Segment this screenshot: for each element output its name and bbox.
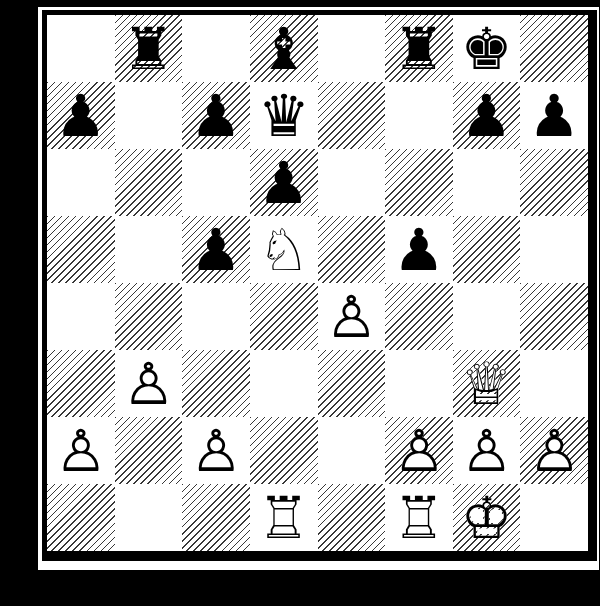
square-g6[interactable]	[453, 149, 521, 216]
square-h5[interactable]	[520, 216, 588, 283]
white-piece-outline: ♙	[325, 283, 377, 351]
square-c7[interactable]: ♟	[182, 82, 250, 149]
square-f6[interactable]	[385, 149, 453, 216]
square-h2[interactable]: ♟♙	[520, 417, 588, 484]
square-g2[interactable]: ♟♙	[453, 417, 521, 484]
square-c8[interactable]	[182, 15, 250, 82]
square-b1[interactable]	[115, 484, 183, 551]
square-h6[interactable]	[520, 149, 588, 216]
square-e2[interactable]	[318, 417, 386, 484]
white-pawn-piece: ♟♙	[393, 422, 445, 480]
square-b7[interactable]	[115, 82, 183, 149]
white-pawn-piece: ♟♙	[122, 355, 174, 413]
white-pawn-piece: ♟♙	[55, 422, 107, 480]
square-e1[interactable]	[318, 484, 386, 551]
square-f1[interactable]: ♜♖	[385, 484, 453, 551]
square-a5[interactable]	[47, 216, 115, 283]
square-d2[interactable]	[250, 417, 318, 484]
black-pawn-piece: ♟	[190, 221, 242, 279]
square-f8[interactable]: ♜	[385, 15, 453, 82]
square-d5[interactable]: ♞♘	[250, 216, 318, 283]
white-pawn-piece: ♟♙	[528, 422, 580, 480]
square-h7[interactable]: ♟	[520, 82, 588, 149]
black-pawn-piece: ♟	[528, 87, 580, 145]
white-piece-outline: ♖	[393, 484, 445, 552]
square-h1[interactable]	[520, 484, 588, 551]
black-pawn-piece: ♟	[258, 154, 310, 212]
square-b4[interactable]	[115, 283, 183, 350]
square-f7[interactable]	[385, 82, 453, 149]
square-d8[interactable]: ♝	[250, 15, 318, 82]
square-f4[interactable]	[385, 283, 453, 350]
black-pawn-piece: ♟	[393, 221, 445, 279]
square-a8[interactable]	[47, 15, 115, 82]
square-g1[interactable]: ♚♔	[453, 484, 521, 551]
square-g3[interactable]: ♛♕	[453, 350, 521, 417]
square-b2[interactable]	[115, 417, 183, 484]
square-a3[interactable]	[47, 350, 115, 417]
square-c3[interactable]	[182, 350, 250, 417]
black-queen-piece: ♛	[258, 87, 310, 145]
white-king-piece: ♚♔	[461, 489, 513, 547]
square-d3[interactable]	[250, 350, 318, 417]
square-a2[interactable]: ♟♙	[47, 417, 115, 484]
square-d6[interactable]: ♟	[250, 149, 318, 216]
square-c6[interactable]	[182, 149, 250, 216]
square-d4[interactable]	[250, 283, 318, 350]
black-rook-piece: ♜	[122, 20, 174, 78]
white-pawn-piece: ♟♙	[325, 288, 377, 346]
square-h4[interactable]	[520, 283, 588, 350]
white-piece-outline: ♙	[122, 350, 174, 418]
black-bishop-piece: ♝	[258, 20, 310, 78]
square-f5[interactable]: ♟	[385, 216, 453, 283]
white-piece-outline: ♘	[258, 216, 310, 284]
square-f2[interactable]: ♟♙	[385, 417, 453, 484]
white-pawn-piece: ♟♙	[190, 422, 242, 480]
square-b3[interactable]: ♟♙	[115, 350, 183, 417]
white-rook-piece: ♜♖	[258, 489, 310, 547]
white-piece-outline: ♙	[393, 417, 445, 485]
chess-board: ♜♝♜♚♟♟♛♟♟♟♟♞♘♟♟♙♟♙♛♕♟♙♟♙♟♙♟♙♟♙♜♖♜♖♚♔	[47, 15, 588, 551]
black-pawn-piece: ♟	[190, 87, 242, 145]
square-g4[interactable]	[453, 283, 521, 350]
square-c2[interactable]: ♟♙	[182, 417, 250, 484]
square-e7[interactable]	[318, 82, 386, 149]
square-g7[interactable]: ♟	[453, 82, 521, 149]
square-b8[interactable]: ♜	[115, 15, 183, 82]
square-c5[interactable]: ♟	[182, 216, 250, 283]
square-e3[interactable]	[318, 350, 386, 417]
square-d7[interactable]: ♛	[250, 82, 318, 149]
white-knight-piece: ♞♘	[258, 221, 310, 279]
board-frame: ♜♝♜♚♟♟♛♟♟♟♟♞♘♟♟♙♟♙♛♕♟♙♟♙♟♙♟♙♟♙♜♖♜♖♚♔	[42, 10, 597, 561]
white-piece-outline: ♙	[190, 417, 242, 485]
square-h8[interactable]	[520, 15, 588, 82]
square-a7[interactable]: ♟	[47, 82, 115, 149]
white-piece-outline: ♙	[528, 417, 580, 485]
square-c1[interactable]	[182, 484, 250, 551]
white-piece-outline: ♙	[461, 417, 513, 485]
black-rook-piece: ♜	[393, 20, 445, 78]
white-piece-outline: ♕	[461, 350, 513, 418]
square-h3[interactable]	[520, 350, 588, 417]
square-a6[interactable]	[47, 149, 115, 216]
square-f3[interactable]	[385, 350, 453, 417]
square-d1[interactable]: ♜♖	[250, 484, 318, 551]
black-king-piece: ♚	[461, 20, 513, 78]
square-e4[interactable]: ♟♙	[318, 283, 386, 350]
black-pawn-piece: ♟	[461, 87, 513, 145]
square-g8[interactable]: ♚	[453, 15, 521, 82]
square-g5[interactable]	[453, 216, 521, 283]
square-e8[interactable]	[318, 15, 386, 82]
white-piece-outline: ♔	[461, 484, 513, 552]
square-c4[interactable]	[182, 283, 250, 350]
black-pawn-piece: ♟	[55, 87, 107, 145]
white-piece-outline: ♖	[258, 484, 310, 552]
white-rook-piece: ♜♖	[393, 489, 445, 547]
square-e6[interactable]	[318, 149, 386, 216]
white-piece-outline: ♙	[55, 417, 107, 485]
square-b6[interactable]	[115, 149, 183, 216]
square-e5[interactable]	[318, 216, 386, 283]
square-b5[interactable]	[115, 216, 183, 283]
white-pawn-piece: ♟♙	[461, 422, 513, 480]
diagram-page: ♜♝♜♚♟♟♛♟♟♟♟♞♘♟♟♙♟♙♛♕♟♙♟♙♟♙♟♙♟♙♜♖♜♖♚♔	[38, 7, 599, 570]
square-a1[interactable]	[47, 484, 115, 551]
white-queen-piece: ♛♕	[461, 355, 513, 413]
square-a4[interactable]	[47, 283, 115, 350]
